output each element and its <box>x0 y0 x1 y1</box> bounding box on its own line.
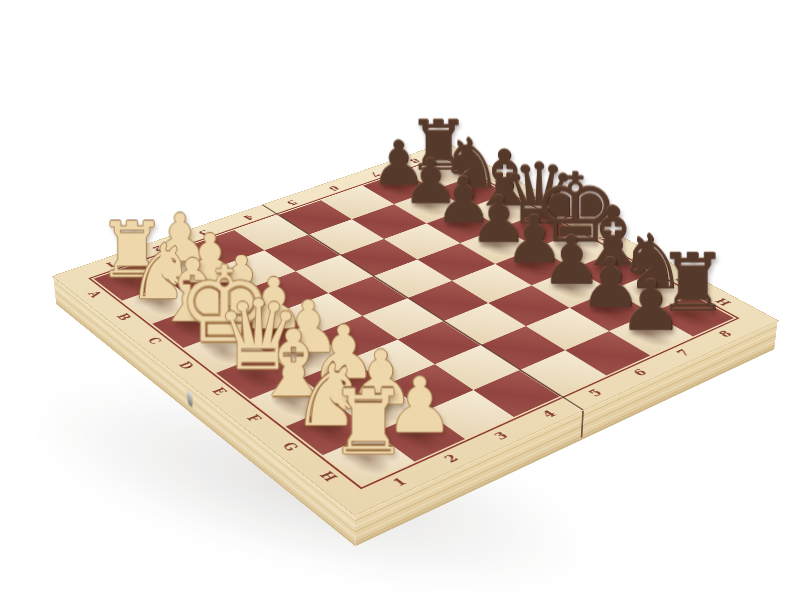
square-d6 <box>417 243 495 280</box>
latch-pin <box>187 390 193 407</box>
board-top-face: ABCDEFGH ABCDEFGH 87654321 87654321 ♜♞♝♛… <box>53 143 778 515</box>
board-grid: ♜♞♝♛♚♝♞♜♟♟♟♟♟♟♟♟♟♟♟♟♟♟♟♟♜♞♝♚♛♝♞♜ <box>94 158 734 485</box>
black-pawn-glyph: ♟ <box>601 271 700 341</box>
page: { "game": "chess", "scene_alt": "Wooden … <box>0 0 800 600</box>
fold-seam-side <box>581 410 584 438</box>
chess-board: ABCDEFGH ABCDEFGH 87654321 87654321 ♜♞♝♛… <box>53 143 778 515</box>
photo-scene: ABCDEFGH ABCDEFGH 87654321 87654321 ♜♞♝♛… <box>0 0 800 600</box>
white-rook-glyph: ♜ <box>314 377 424 466</box>
